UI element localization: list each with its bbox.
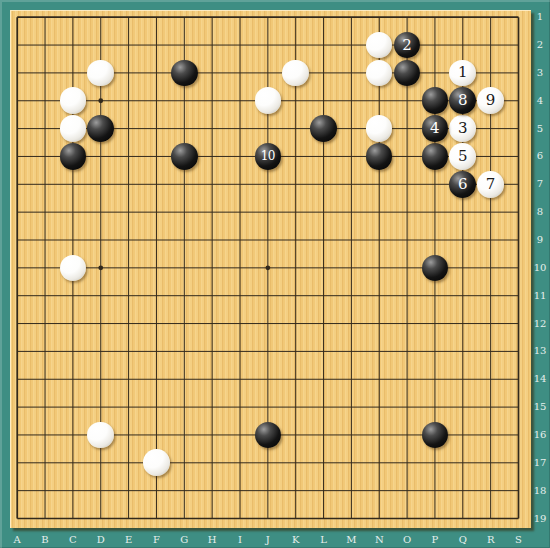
white-stone: 9 [477,87,504,114]
black-stone [310,115,337,142]
stones-layer: 12345678910 [3,3,532,532]
move-number: 1 [458,65,468,80]
white-stone [366,32,393,59]
black-stone: 8 [449,87,476,114]
white-stone: 1 [449,60,476,87]
file-label: N [369,534,389,546]
white-stone [60,115,87,142]
rank-label: 19 [532,513,548,525]
black-stone: 10 [255,143,282,170]
white-stone: 3 [449,115,476,142]
rank-label: 16 [532,429,548,441]
file-label: O [397,534,417,546]
rank-label: 6 [532,150,548,162]
black-stone [87,115,114,142]
black-stone: 2 [394,32,421,59]
white-stone [366,115,393,142]
black-stone [422,255,449,282]
rank-label: 11 [532,290,548,302]
file-label: E [119,534,139,546]
black-stone [422,143,449,170]
black-stone: 6 [449,171,476,198]
file-label: F [146,534,166,546]
white-stone [60,255,87,282]
file-label: S [509,534,529,546]
black-stone: 4 [422,115,449,142]
move-number: 7 [486,177,496,192]
white-stone: 7 [477,171,504,198]
rank-label: 8 [532,206,548,218]
white-stone: 5 [449,143,476,170]
file-label: H [202,534,222,546]
rank-label: 10 [532,262,548,274]
file-label: B [35,534,55,546]
move-number: 4 [430,121,440,136]
file-label: A [7,534,27,546]
white-stone [366,60,393,87]
white-stone [87,422,114,449]
rank-label: 9 [532,234,548,246]
move-number: 2 [402,38,412,53]
file-label: G [174,534,194,546]
rank-label: 15 [532,401,548,413]
file-label: I [230,534,250,546]
rank-label: 13 [532,345,548,357]
rank-label: 3 [532,67,548,79]
file-label: J [258,534,278,546]
move-number: 8 [458,93,468,108]
black-stone [394,60,421,87]
move-number: 10 [261,150,275,162]
black-stone [255,422,282,449]
white-stone [282,60,309,87]
move-number: 5 [458,149,468,164]
file-label: L [314,534,334,546]
black-stone [60,143,87,170]
white-stone [255,87,282,114]
black-stone [366,143,393,170]
file-label: M [341,534,361,546]
move-number: 6 [458,177,468,192]
rank-label: 17 [532,457,548,469]
file-label: P [425,534,445,546]
board-frame: 12345678910 ABCDEFGHIJKLMNOPQRS 12345678… [0,0,550,548]
rank-label: 4 [532,95,548,107]
rank-label: 12 [532,318,548,330]
file-label: R [481,534,501,546]
white-stone [60,87,87,114]
rank-label: 1 [532,11,548,23]
white-stone [143,449,170,476]
black-stone [422,422,449,449]
rank-label: 7 [532,178,548,190]
file-label: D [91,534,111,546]
rank-label: 14 [532,373,548,385]
black-stone [171,60,198,87]
rank-label: 18 [532,485,548,497]
white-stone [87,60,114,87]
file-label: C [63,534,83,546]
file-label: K [286,534,306,546]
black-stone [171,143,198,170]
move-number: 3 [458,121,468,136]
rank-label: 2 [532,39,548,51]
black-stone [422,87,449,114]
move-number: 9 [486,93,496,108]
file-label: Q [453,534,473,546]
rank-label: 5 [532,123,548,135]
